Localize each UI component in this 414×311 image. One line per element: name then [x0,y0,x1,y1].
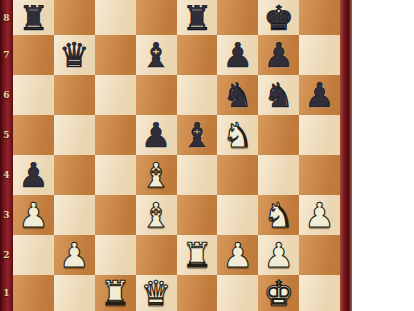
square-e5[interactable]: ♝ [177,115,218,155]
rank-label-5: 5 [3,130,9,140]
square-e1[interactable] [177,275,218,311]
square-e2[interactable]: ♜ [177,235,218,275]
piece-black-rook-a8: ♜ [18,0,48,35]
square-d5[interactable]: ♟ [136,115,177,155]
square-h5[interactable] [299,115,340,155]
square-f3[interactable] [217,195,258,235]
square-d4[interactable]: ♝ [136,155,177,195]
rank-label-cell-4: 4 [0,155,13,195]
piece-black-queen-b7: ♛ [59,35,89,75]
piece-black-knight-g6: ♞ [263,75,293,115]
piece-black-rook-e8: ♜ [182,0,212,35]
square-h3[interactable]: ♟ [299,195,340,235]
book-spine-left: 87654321 [0,0,13,311]
rank-label-8: 8 [3,13,9,23]
square-g7[interactable]: ♟ [258,35,299,75]
square-g1[interactable]: ♚ [258,275,299,311]
square-a4[interactable]: ♟ [13,155,54,195]
rank-label-cell-6: 6 [0,75,13,115]
square-e4[interactable] [177,155,218,195]
square-h7[interactable] [299,35,340,75]
square-f7[interactable]: ♟ [217,35,258,75]
square-e7[interactable] [177,35,218,75]
piece-black-pawn-h6: ♟ [304,75,334,115]
book-photo: 87654321 ♜♜♚♛♝♟♟♞♞♟♟♝♞♟♝♟♝♞♟♟♜♟♟♜♛♚ [0,0,414,311]
rank-label-cell-3: 3 [0,195,13,235]
square-e8[interactable]: ♜ [177,0,218,35]
square-a5[interactable] [13,115,54,155]
square-h1[interactable] [299,275,340,311]
rank-label-cell-8: 8 [0,0,13,35]
square-g4[interactable] [258,155,299,195]
square-a7[interactable] [13,35,54,75]
piece-black-knight-f6: ♞ [223,75,253,115]
square-a8[interactable]: ♜ [13,0,54,35]
square-h4[interactable] [299,155,340,195]
square-g2[interactable]: ♟ [258,235,299,275]
square-f5[interactable]: ♞ [217,115,258,155]
piece-black-bishop-e5: ♝ [182,115,212,155]
square-b3[interactable] [54,195,95,235]
square-e6[interactable] [177,75,218,115]
piece-black-bishop-d7: ♝ [141,35,171,75]
piece-black-pawn-g7: ♟ [263,35,293,75]
square-c5[interactable] [95,115,136,155]
piece-white-pawn-h3: ♟ [304,195,334,235]
square-g8[interactable]: ♚ [258,0,299,35]
piece-black-pawn-f7: ♟ [223,35,253,75]
square-b8[interactable] [54,0,95,35]
square-c6[interactable] [95,75,136,115]
piece-white-pawn-g2: ♟ [263,235,293,275]
square-f2[interactable]: ♟ [217,235,258,275]
square-d6[interactable] [136,75,177,115]
piece-white-knight-g3: ♞ [263,195,293,235]
square-g3[interactable]: ♞ [258,195,299,235]
square-h6[interactable]: ♟ [299,75,340,115]
square-a3[interactable]: ♟ [13,195,54,235]
piece-white-pawn-b2: ♟ [59,235,89,275]
square-b7[interactable]: ♛ [54,35,95,75]
square-f4[interactable] [217,155,258,195]
piece-black-pawn-a4: ♟ [18,155,48,195]
square-c2[interactable] [95,235,136,275]
page-edge-right [340,0,352,311]
square-b5[interactable] [54,115,95,155]
square-c7[interactable] [95,35,136,75]
square-e3[interactable] [177,195,218,235]
piece-white-pawn-f2: ♟ [223,235,253,275]
square-a6[interactable] [13,75,54,115]
square-b4[interactable] [54,155,95,195]
square-a1[interactable] [13,275,54,311]
piece-black-king-g8: ♚ [263,0,293,35]
square-b1[interactable] [54,275,95,311]
square-b2[interactable]: ♟ [54,235,95,275]
square-d8[interactable] [136,0,177,35]
piece-white-pawn-a3: ♟ [18,195,48,235]
page-margin-white [352,0,414,311]
square-d2[interactable] [136,235,177,275]
square-c3[interactable] [95,195,136,235]
square-c4[interactable] [95,155,136,195]
rank-label-cell-7: 7 [0,35,13,75]
piece-black-pawn-d5: ♟ [141,115,171,155]
piece-white-rook-e2: ♜ [182,235,212,275]
square-d1[interactable]: ♛ [136,275,177,311]
square-h8[interactable] [299,0,340,35]
square-c8[interactable] [95,0,136,35]
chess-board: ♜♜♚♛♝♟♟♞♞♟♟♝♞♟♝♟♝♞♟♟♜♟♟♜♛♚ [13,0,340,311]
rank-label-7: 7 [3,50,9,60]
rank-label-3: 3 [3,210,9,220]
rank-label-cell-2: 2 [0,235,13,275]
square-g5[interactable] [258,115,299,155]
rank-label-6: 6 [3,90,9,100]
rank-label-cell-1: 1 [0,275,13,311]
square-a2[interactable] [13,235,54,275]
square-d7[interactable]: ♝ [136,35,177,75]
rank-label-2: 2 [3,250,9,260]
piece-white-queen-d1: ♛ [141,275,171,311]
rank-label-4: 4 [3,170,9,180]
square-f8[interactable] [217,0,258,35]
piece-white-bishop-d3: ♝ [141,195,171,235]
square-f1[interactable] [217,275,258,311]
square-g6[interactable]: ♞ [258,75,299,115]
rank-label-1: 1 [3,288,9,298]
rank-label-cell-5: 5 [0,115,13,155]
square-d3[interactable]: ♝ [136,195,177,235]
piece-white-king-g1: ♚ [263,275,293,311]
square-b6[interactable] [54,75,95,115]
square-f6[interactable]: ♞ [217,75,258,115]
square-c1[interactable]: ♜ [95,275,136,311]
piece-white-bishop-d4: ♝ [141,155,171,195]
piece-white-rook-c1: ♜ [100,275,130,311]
square-h2[interactable] [299,235,340,275]
piece-white-knight-f5: ♞ [223,115,253,155]
